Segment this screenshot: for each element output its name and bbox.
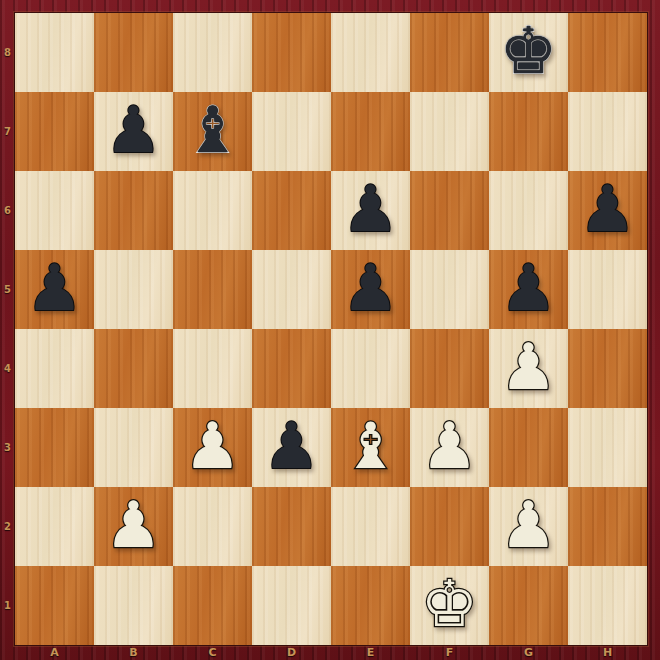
piece-black-pawn[interactable]: ♟ — [105, 98, 162, 162]
chess-board: ♚♟♝♟♟♟♟♟♟♟♟♝♟♟♟♚ — [15, 13, 647, 645]
rank-label-7: 7 — [0, 92, 15, 171]
square-e3[interactable]: ♝ — [331, 408, 410, 487]
piece-white-pawn[interactable]: ♟ — [500, 335, 557, 399]
piece-black-king[interactable]: ♚ — [500, 19, 557, 83]
square-b1[interactable] — [94, 566, 173, 645]
piece-white-pawn[interactable]: ♟ — [184, 414, 241, 478]
square-e1[interactable] — [331, 566, 410, 645]
square-d7[interactable] — [252, 92, 331, 171]
rank-label-1: 1 — [0, 566, 15, 645]
file-label-a: A — [15, 645, 94, 660]
square-c5[interactable] — [173, 250, 252, 329]
piece-black-bishop[interactable]: ♝ — [184, 98, 241, 162]
square-d4[interactable] — [252, 329, 331, 408]
square-c4[interactable] — [173, 329, 252, 408]
square-f1[interactable]: ♚ — [410, 566, 489, 645]
piece-white-pawn[interactable]: ♟ — [421, 414, 478, 478]
square-e2[interactable] — [331, 487, 410, 566]
square-b8[interactable] — [94, 13, 173, 92]
square-c3[interactable]: ♟ — [173, 408, 252, 487]
square-h2[interactable] — [568, 487, 647, 566]
square-b6[interactable] — [94, 171, 173, 250]
square-h4[interactable] — [568, 329, 647, 408]
square-g3[interactable] — [489, 408, 568, 487]
square-h3[interactable] — [568, 408, 647, 487]
square-e4[interactable] — [331, 329, 410, 408]
square-h7[interactable] — [568, 92, 647, 171]
piece-white-pawn[interactable]: ♟ — [500, 493, 557, 557]
square-e7[interactable] — [331, 92, 410, 171]
square-c2[interactable] — [173, 487, 252, 566]
square-f3[interactable]: ♟ — [410, 408, 489, 487]
square-a4[interactable] — [15, 329, 94, 408]
rank-label-5: 5 — [0, 250, 15, 329]
square-c1[interactable] — [173, 566, 252, 645]
square-a7[interactable] — [15, 92, 94, 171]
file-label-h: H — [568, 645, 647, 660]
square-d8[interactable] — [252, 13, 331, 92]
square-f4[interactable] — [410, 329, 489, 408]
square-f7[interactable] — [410, 92, 489, 171]
piece-black-pawn[interactable]: ♟ — [342, 256, 399, 320]
square-g6[interactable] — [489, 171, 568, 250]
piece-black-pawn[interactable]: ♟ — [342, 177, 399, 241]
square-a8[interactable] — [15, 13, 94, 92]
square-a1[interactable] — [15, 566, 94, 645]
square-b2[interactable]: ♟ — [94, 487, 173, 566]
file-label-b: B — [94, 645, 173, 660]
piece-white-bishop[interactable]: ♝ — [342, 414, 399, 478]
file-label-g: G — [489, 645, 568, 660]
rank-label-4: 4 — [0, 329, 15, 408]
piece-black-pawn[interactable]: ♟ — [26, 256, 83, 320]
square-a5[interactable]: ♟ — [15, 250, 94, 329]
chess-board-frame: ♚♟♝♟♟♟♟♟♟♟♟♝♟♟♟♚ 8A7B6C5D4E3F2G1H — [0, 0, 660, 660]
piece-black-pawn[interactable]: ♟ — [579, 177, 636, 241]
piece-black-pawn[interactable]: ♟ — [500, 256, 557, 320]
square-a2[interactable] — [15, 487, 94, 566]
square-b3[interactable] — [94, 408, 173, 487]
square-g5[interactable]: ♟ — [489, 250, 568, 329]
square-h1[interactable] — [568, 566, 647, 645]
square-g7[interactable] — [489, 92, 568, 171]
file-label-f: F — [410, 645, 489, 660]
square-c6[interactable] — [173, 171, 252, 250]
square-g2[interactable]: ♟ — [489, 487, 568, 566]
square-a6[interactable] — [15, 171, 94, 250]
rank-label-8: 8 — [0, 13, 15, 92]
square-d1[interactable] — [252, 566, 331, 645]
square-d2[interactable] — [252, 487, 331, 566]
square-h8[interactable] — [568, 13, 647, 92]
square-a3[interactable] — [15, 408, 94, 487]
piece-white-pawn[interactable]: ♟ — [105, 493, 162, 557]
file-label-e: E — [331, 645, 410, 660]
square-f8[interactable] — [410, 13, 489, 92]
piece-white-king[interactable]: ♚ — [421, 572, 478, 636]
square-b5[interactable] — [94, 250, 173, 329]
square-b4[interactable] — [94, 329, 173, 408]
file-label-c: C — [173, 645, 252, 660]
square-b7[interactable]: ♟ — [94, 92, 173, 171]
rank-label-6: 6 — [0, 171, 15, 250]
square-c8[interactable] — [173, 13, 252, 92]
square-c7[interactable]: ♝ — [173, 92, 252, 171]
square-d6[interactable] — [252, 171, 331, 250]
rank-label-2: 2 — [0, 487, 15, 566]
square-g8[interactable]: ♚ — [489, 13, 568, 92]
square-f6[interactable] — [410, 171, 489, 250]
square-d3[interactable]: ♟ — [252, 408, 331, 487]
square-h6[interactable]: ♟ — [568, 171, 647, 250]
file-label-d: D — [252, 645, 331, 660]
square-d5[interactable] — [252, 250, 331, 329]
rank-label-3: 3 — [0, 408, 15, 487]
square-f5[interactable] — [410, 250, 489, 329]
square-f2[interactable] — [410, 487, 489, 566]
square-e6[interactable]: ♟ — [331, 171, 410, 250]
square-g1[interactable] — [489, 566, 568, 645]
square-h5[interactable] — [568, 250, 647, 329]
square-e8[interactable] — [331, 13, 410, 92]
square-g4[interactable]: ♟ — [489, 329, 568, 408]
square-e5[interactable]: ♟ — [331, 250, 410, 329]
piece-black-pawn[interactable]: ♟ — [263, 414, 320, 478]
